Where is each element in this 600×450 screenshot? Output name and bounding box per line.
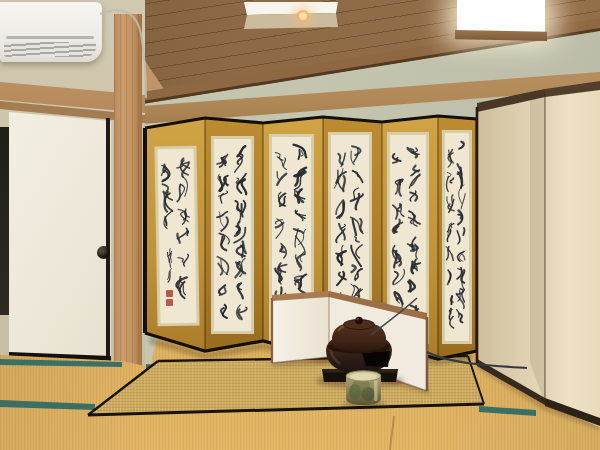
kettle-lid-knob — [355, 317, 363, 325]
seal-stamp — [166, 290, 173, 297]
scene-objects — [0, 0, 600, 450]
furosaki-panel-left — [272, 294, 329, 363]
plain-byobu — [477, 81, 600, 427]
water-jar — [343, 371, 385, 408]
photo-japanese-tea-room: Japanese tatami room with a gold six-pan… — [0, 0, 600, 450]
jar-contents — [350, 373, 377, 380]
plain-panel-right — [545, 86, 600, 427]
brazier-vent — [362, 351, 390, 367]
seal-stamp — [166, 299, 173, 306]
ac-cable — [100, 10, 146, 98]
